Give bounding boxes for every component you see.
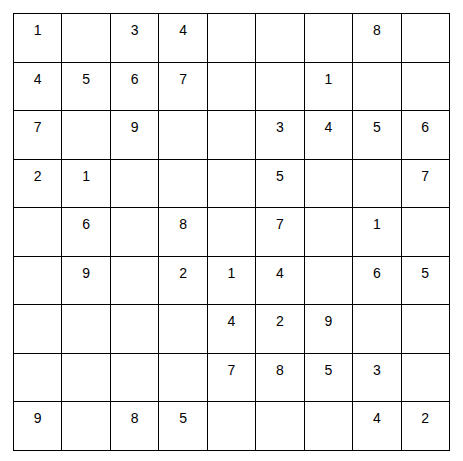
cell-r8c7[interactable]: 5 — [305, 354, 352, 402]
cell-r7c8[interactable] — [353, 305, 400, 353]
page: { "game": "sudoku", "board": { "rows": 9… — [0, 0, 463, 461]
cell-r7c5[interactable]: 4 — [208, 305, 255, 353]
cell-r8c9[interactable] — [402, 354, 449, 402]
cell-r9c4[interactable]: 5 — [159, 402, 206, 450]
cell-r4c6[interactable]: 5 — [256, 160, 303, 208]
cell-r1c9[interactable] — [402, 14, 449, 62]
cell-r3c6[interactable]: 3 — [256, 111, 303, 159]
cell-r7c6[interactable]: 2 — [256, 305, 303, 353]
cell-r5c4[interactable]: 8 — [159, 208, 206, 256]
cell-r3c8[interactable]: 5 — [353, 111, 400, 159]
cell-r7c3[interactable] — [111, 305, 158, 353]
cell-r4c9[interactable]: 7 — [402, 160, 449, 208]
cell-r6c6[interactable]: 4 — [256, 257, 303, 305]
cell-r4c2[interactable]: 1 — [62, 160, 109, 208]
cell-r5c5[interactable] — [208, 208, 255, 256]
cell-r9c2[interactable] — [62, 402, 109, 450]
cell-r7c4[interactable] — [159, 305, 206, 353]
cell-r5c6[interactable]: 7 — [256, 208, 303, 256]
cell-r5c1[interactable] — [14, 208, 61, 256]
cell-r3c5[interactable] — [208, 111, 255, 159]
cell-r3c9[interactable]: 6 — [402, 111, 449, 159]
cell-r6c5[interactable]: 1 — [208, 257, 255, 305]
cell-r5c3[interactable] — [111, 208, 158, 256]
cell-r6c1[interactable] — [14, 257, 61, 305]
cell-r1c7[interactable] — [305, 14, 352, 62]
cell-r8c1[interactable] — [14, 354, 61, 402]
cell-r2c3[interactable]: 6 — [111, 63, 158, 111]
cell-r2c9[interactable] — [402, 63, 449, 111]
cell-r1c1[interactable]: 1 — [14, 14, 61, 62]
cell-r1c8[interactable]: 8 — [353, 14, 400, 62]
cell-r6c2[interactable]: 9 — [62, 257, 109, 305]
cell-r5c7[interactable] — [305, 208, 352, 256]
cell-r4c8[interactable] — [353, 160, 400, 208]
cell-r7c2[interactable] — [62, 305, 109, 353]
cell-r3c3[interactable]: 9 — [111, 111, 158, 159]
cell-r8c4[interactable] — [159, 354, 206, 402]
cell-r9c3[interactable]: 8 — [111, 402, 158, 450]
cell-r5c8[interactable]: 1 — [353, 208, 400, 256]
cell-r1c2[interactable] — [62, 14, 109, 62]
cell-r7c7[interactable]: 9 — [305, 305, 352, 353]
cell-r9c5[interactable] — [208, 402, 255, 450]
cell-r4c5[interactable] — [208, 160, 255, 208]
cell-r9c1[interactable]: 9 — [14, 402, 61, 450]
cell-r2c1[interactable]: 4 — [14, 63, 61, 111]
cell-r5c9[interactable] — [402, 208, 449, 256]
cell-r3c2[interactable] — [62, 111, 109, 159]
cell-r9c7[interactable] — [305, 402, 352, 450]
cell-r4c1[interactable]: 2 — [14, 160, 61, 208]
cell-r1c3[interactable]: 3 — [111, 14, 158, 62]
cell-r4c3[interactable] — [111, 160, 158, 208]
cell-r8c6[interactable]: 8 — [256, 354, 303, 402]
cell-r6c3[interactable] — [111, 257, 158, 305]
cell-r1c5[interactable] — [208, 14, 255, 62]
cell-r9c8[interactable]: 4 — [353, 402, 400, 450]
cell-r1c4[interactable]: 4 — [159, 14, 206, 62]
cell-r6c9[interactable]: 5 — [402, 257, 449, 305]
cell-r6c7[interactable] — [305, 257, 352, 305]
sudoku-board: 1348456717934562157687192146542978539854… — [13, 13, 450, 451]
cell-r9c9[interactable]: 2 — [402, 402, 449, 450]
cell-r9c6[interactable] — [256, 402, 303, 450]
cell-r3c4[interactable] — [159, 111, 206, 159]
cell-r6c8[interactable]: 6 — [353, 257, 400, 305]
cell-r1c6[interactable] — [256, 14, 303, 62]
cell-r3c1[interactable]: 7 — [14, 111, 61, 159]
cell-r8c5[interactable]: 7 — [208, 354, 255, 402]
cell-r4c7[interactable] — [305, 160, 352, 208]
cell-r7c9[interactable] — [402, 305, 449, 353]
cell-r2c8[interactable] — [353, 63, 400, 111]
cell-r5c2[interactable]: 6 — [62, 208, 109, 256]
cell-r8c8[interactable]: 3 — [353, 354, 400, 402]
cell-r8c2[interactable] — [62, 354, 109, 402]
cell-r2c4[interactable]: 7 — [159, 63, 206, 111]
cell-r2c2[interactable]: 5 — [62, 63, 109, 111]
cell-r2c5[interactable] — [208, 63, 255, 111]
cell-r7c1[interactable] — [14, 305, 61, 353]
cell-r2c6[interactable] — [256, 63, 303, 111]
cell-r8c3[interactable] — [111, 354, 158, 402]
cell-r6c4[interactable]: 2 — [159, 257, 206, 305]
cell-r2c7[interactable]: 1 — [305, 63, 352, 111]
cell-r3c7[interactable]: 4 — [305, 111, 352, 159]
cell-r4c4[interactable] — [159, 160, 206, 208]
